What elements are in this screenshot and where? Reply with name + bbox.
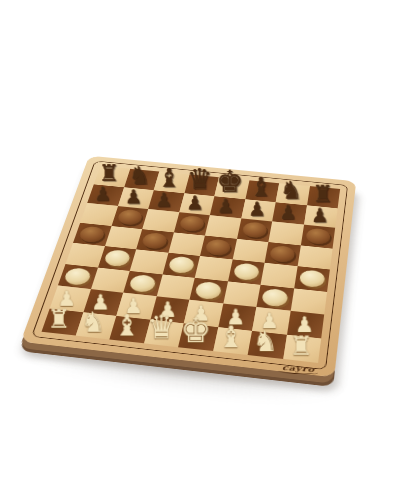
square-e7[interactable]: ♟ [210,196,245,218]
cayro-logo-text: cayro [282,364,315,374]
square-f1[interactable]: ♝ [213,327,252,355]
chess-piece-dark-bishop[interactable]: ♝ [154,165,185,190]
square-c7[interactable]: ♟ [148,190,184,212]
chess-piece-light-knight[interactable]: ♞ [248,327,283,355]
chess-piece-dark-pawn[interactable]: ♟ [118,187,149,206]
chess-piece-dark-knight[interactable]: ♞ [276,178,307,203]
square-e8[interactable]: ♚ [214,177,249,199]
square-d5[interactable] [168,232,205,256]
square-a8[interactable]: ♜ [94,166,130,187]
checker-disc-light[interactable] [103,249,131,267]
cayro-logo: cayro [282,364,315,374]
scene: ♜♞♝♛♚♝♞♜♟♟♟♟♟♟♟♟♟♟♟♟♟♟♟♟♜♞♝♛♚♝♞♜ cayro [25,110,375,430]
checker-disc-dark[interactable] [116,209,143,226]
checker-disc-light[interactable] [128,274,157,293]
square-h6[interactable] [300,225,335,249]
checker-disc-dark[interactable] [205,238,232,256]
square-d6[interactable] [174,212,210,235]
square-a6[interactable] [80,203,117,226]
chess-piece-dark-pawn[interactable]: ♟ [148,190,179,209]
square-a7[interactable]: ♟ [87,184,124,206]
square-g7[interactable]: ♟ [272,202,306,225]
chess-piece-dark-knight[interactable]: ♞ [124,163,155,187]
chess-piece-dark-queen[interactable]: ♛ [184,165,215,193]
square-g8[interactable]: ♞ [276,183,310,205]
square-b8[interactable]: ♞ [124,169,160,190]
square-e1[interactable]: ♚ [178,323,218,351]
checker-disc-dark[interactable] [141,232,169,250]
square-b7[interactable]: ♟ [118,187,154,209]
square-c5[interactable] [136,229,173,253]
chess-piece-light-queen[interactable]: ♛ [144,311,179,343]
square-a4[interactable] [66,243,105,267]
chess-piece-light-rook[interactable]: ♜ [42,307,77,333]
square-f8[interactable]: ♝ [245,180,279,202]
chess-piece-light-bishop[interactable]: ♝ [213,322,248,351]
square-a5[interactable] [73,223,111,247]
checker-disc-light[interactable] [167,256,195,274]
chess-piece-light-rook[interactable]: ♜ [283,333,318,359]
chess-piece-dark-rook[interactable]: ♜ [307,182,338,205]
product-photo: { "game": "Chess and checkers (2-in-1 wo… [0,0,400,498]
checker-disc-light[interactable] [299,269,326,288]
chess-piece-dark-pawn[interactable]: ♟ [87,184,118,203]
chess-piece-dark-rook[interactable]: ♜ [94,162,124,185]
checker-disc-dark[interactable] [178,215,205,232]
square-d8[interactable]: ♛ [184,174,219,196]
checker-disc-dark[interactable] [269,245,295,263]
square-e6[interactable] [205,215,241,238]
square-b6[interactable] [111,206,148,229]
checker-disc-light[interactable] [63,267,92,286]
square-d4[interactable] [162,253,200,278]
square-h7[interactable]: ♟ [304,205,338,228]
square-f5[interactable] [232,239,268,263]
square-d7[interactable]: ♟ [179,193,215,215]
square-e5[interactable] [200,235,237,259]
checker-disc-dark[interactable] [78,226,106,243]
checker-disc-light[interactable] [261,288,289,307]
chess-piece-dark-pawn[interactable]: ♟ [210,196,241,215]
chess-piece-dark-pawn[interactable]: ♟ [179,193,210,212]
board-grid: ♜♞♝♛♚♝♞♜♟♟♟♟♟♟♟♟♟♟♟♟♟♟♟♟♜♞♝♛♚♝♞♜ [41,166,340,363]
chess-piece-light-bishop[interactable]: ♝ [109,311,144,340]
checker-disc-dark[interactable] [241,221,267,238]
square-h1[interactable]: ♜ [283,334,321,363]
checker-disc-light[interactable] [195,281,223,300]
square-h5[interactable] [297,245,332,270]
square-c8[interactable]: ♝ [154,172,189,193]
square-b5[interactable] [105,226,143,250]
chess-piece-light-king[interactable]: ♚ [178,313,213,348]
square-f7[interactable]: ♟ [241,199,276,222]
square-f4[interactable] [228,259,265,284]
square-g6[interactable] [268,222,303,245]
checker-disc-dark[interactable] [305,228,331,245]
chess-piece-dark-pawn[interactable]: ♟ [272,202,304,221]
square-h3[interactable] [290,288,327,314]
square-f6[interactable] [237,218,273,241]
checker-disc-light[interactable] [233,263,260,282]
square-h4[interactable] [294,266,330,291]
chess-piece-dark-king[interactable]: ♚ [215,166,246,196]
chess-piece-dark-bishop[interactable]: ♝ [245,174,276,200]
square-c6[interactable] [142,209,179,232]
chess-board: ♜♞♝♛♚♝♞♜♟♟♟♟♟♟♟♟♟♟♟♟♟♟♟♟♜♞♝♛♚♝♞♜ cayro [21,156,357,378]
square-g1[interactable]: ♞ [248,331,287,359]
chess-piece-dark-pawn[interactable]: ♟ [241,199,272,218]
chess-piece-light-knight[interactable]: ♞ [75,308,110,336]
square-h8[interactable]: ♜ [307,186,340,208]
chess-piece-dark-pawn[interactable]: ♟ [304,206,336,225]
